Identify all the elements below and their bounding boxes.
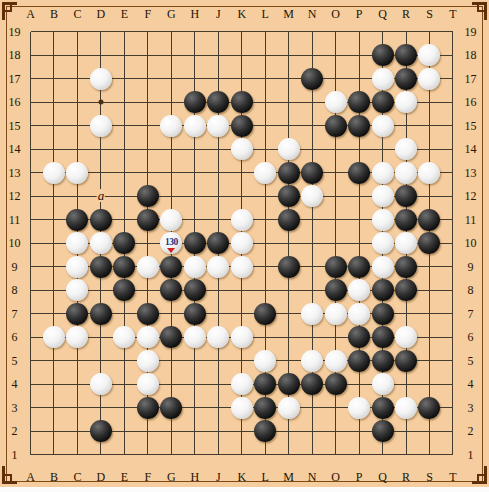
white-stone — [418, 68, 440, 90]
black-stone — [348, 91, 370, 113]
coordinate-label-row: 10 — [465, 236, 477, 251]
white-stone — [372, 162, 394, 184]
coordinate-label-row: 11 — [9, 212, 21, 227]
white-stone — [90, 115, 112, 137]
white-stone — [301, 350, 323, 372]
black-stone — [231, 91, 253, 113]
black-stone — [137, 397, 159, 419]
black-stone — [372, 420, 394, 442]
black-stone — [348, 326, 370, 348]
black-stone — [301, 162, 323, 184]
coordinate-label-column: S — [426, 6, 433, 21]
coordinate-label-row: 8 — [12, 283, 18, 298]
white-stone — [43, 326, 65, 348]
black-stone — [278, 162, 300, 184]
white-stone — [66, 162, 88, 184]
black-stone — [301, 68, 323, 90]
coordinate-label-row: 5 — [468, 353, 474, 368]
coordinate-label-column: Q — [378, 470, 387, 485]
white-stone — [231, 256, 253, 278]
white-stone — [90, 232, 112, 254]
black-stone — [184, 279, 206, 301]
white-stone — [184, 256, 206, 278]
white-stone — [231, 373, 253, 395]
coordinate-label-row: 13 — [465, 165, 477, 180]
black-stone — [278, 256, 300, 278]
coordinate-label-row: 18 — [9, 48, 21, 63]
black-stone — [372, 397, 394, 419]
black-stone — [395, 350, 417, 372]
coordinate-label-row: 2 — [12, 424, 18, 439]
window-background-strip — [0, 487, 489, 492]
black-stone — [395, 68, 417, 90]
white-stone — [301, 185, 323, 207]
coordinate-label-column: G — [167, 470, 176, 485]
black-stone — [395, 256, 417, 278]
white-stone — [395, 91, 417, 113]
white-stone — [231, 397, 253, 419]
white-stone — [372, 185, 394, 207]
coordinate-label-row: 17 — [465, 71, 477, 86]
black-stone — [184, 303, 206, 325]
coordinate-label-column: Q — [378, 6, 387, 21]
black-stone — [418, 209, 440, 231]
go-board[interactable]: AABBCCDDEEFFGGHHJJKKLLMMNNOOPPQQRRSSTT19… — [0, 0, 489, 487]
black-stone — [90, 420, 112, 442]
coordinate-label-column: B — [50, 470, 58, 485]
white-stone — [395, 162, 417, 184]
black-stone — [254, 303, 276, 325]
white-stone — [372, 68, 394, 90]
white-stone — [418, 162, 440, 184]
coordinate-label-row: 9 — [468, 259, 474, 274]
black-stone — [137, 185, 159, 207]
white-stone — [254, 162, 276, 184]
black-stone — [325, 115, 347, 137]
coordinate-label-column: T — [449, 470, 456, 485]
coordinate-label-column: N — [308, 470, 317, 485]
coordinate-label-row: 18 — [465, 48, 477, 63]
white-stone — [325, 91, 347, 113]
coordinate-label-row: 8 — [468, 283, 474, 298]
black-stone — [372, 91, 394, 113]
white-stone — [325, 350, 347, 372]
black-stone — [325, 373, 347, 395]
black-stone — [348, 115, 370, 137]
coordinate-label-row: 4 — [468, 377, 474, 392]
black-stone — [113, 256, 135, 278]
coordinate-label-column: S — [426, 470, 433, 485]
black-stone — [90, 256, 112, 278]
white-stone — [231, 138, 253, 160]
black-stone — [301, 373, 323, 395]
coordinate-label-column: K — [237, 6, 246, 21]
coordinate-label-row: 5 — [12, 353, 18, 368]
coordinate-label-column: A — [26, 470, 35, 485]
coordinate-label-column: A — [26, 6, 35, 21]
black-stone — [184, 232, 206, 254]
black-stone — [348, 162, 370, 184]
white-stone — [231, 209, 253, 231]
coordinate-label-column: M — [283, 470, 294, 485]
white-stone — [372, 373, 394, 395]
coordinate-label-row: 6 — [468, 330, 474, 345]
black-stone — [160, 397, 182, 419]
white-stone — [372, 256, 394, 278]
black-stone — [325, 256, 347, 278]
white-stone — [395, 397, 417, 419]
black-stone — [325, 279, 347, 301]
black-stone — [231, 115, 253, 137]
black-stone — [418, 397, 440, 419]
black-stone — [372, 303, 394, 325]
coordinate-label-row: 13 — [9, 165, 21, 180]
black-stone — [137, 209, 159, 231]
white-stone — [372, 232, 394, 254]
move-number-label: 130 — [160, 232, 182, 254]
white-stone — [301, 303, 323, 325]
go-app-screenshot: { "game": "go", "board": { "size": 19, "… — [0, 0, 489, 492]
white-stone — [372, 209, 394, 231]
point-letter-label: a — [97, 189, 106, 202]
coordinate-label-row: 3 — [12, 400, 18, 415]
coordinate-label-column: B — [50, 6, 58, 21]
black-stone — [372, 44, 394, 66]
last-move-marker-icon — [167, 248, 175, 253]
white-stone — [160, 209, 182, 231]
black-stone — [137, 303, 159, 325]
white-stone — [278, 138, 300, 160]
coordinate-label-row: 12 — [9, 189, 21, 204]
white-stone — [372, 115, 394, 137]
white-stone — [231, 232, 253, 254]
coordinate-label-column: L — [262, 470, 269, 485]
black-stone — [90, 303, 112, 325]
coordinate-label-column: F — [145, 6, 152, 21]
coordinate-label-column: O — [331, 6, 340, 21]
coordinate-label-row: 1 — [468, 447, 474, 462]
star-point — [98, 100, 103, 105]
black-stone — [254, 397, 276, 419]
coordinate-label-column: H — [190, 470, 199, 485]
coordinate-label-column: E — [121, 470, 128, 485]
coordinate-label-column: P — [356, 470, 363, 485]
white-stone — [254, 350, 276, 372]
coordinate-label-column: R — [402, 470, 410, 485]
coordinate-label-column: D — [97, 470, 106, 485]
coordinate-label-column: K — [237, 470, 246, 485]
coordinate-label-row: 14 — [9, 142, 21, 157]
coordinate-label-row: 16 — [465, 95, 477, 110]
coordinate-label-row: 15 — [9, 118, 21, 133]
black-stone — [66, 303, 88, 325]
black-stone — [348, 350, 370, 372]
white-stone — [348, 397, 370, 419]
white-stone — [325, 303, 347, 325]
white-stone — [184, 326, 206, 348]
coordinate-label-row: 9 — [12, 259, 18, 274]
coordinate-label-row: 11 — [465, 212, 477, 227]
coordinate-label-column: P — [356, 6, 363, 21]
white-stone — [137, 326, 159, 348]
coordinate-label-column: F — [145, 470, 152, 485]
white-stone — [137, 373, 159, 395]
coordinate-label-column: T — [449, 6, 456, 21]
black-stone — [278, 373, 300, 395]
coordinate-label-column: N — [308, 6, 317, 21]
black-stone — [184, 91, 206, 113]
coordinate-label-row: 7 — [12, 306, 18, 321]
white-stone — [184, 115, 206, 137]
white-stone — [395, 138, 417, 160]
white-stone — [43, 162, 65, 184]
coordinate-label-column: J — [216, 6, 221, 21]
coordinate-label-row: 16 — [9, 95, 21, 110]
white-stone — [66, 256, 88, 278]
coordinate-label-column: C — [73, 6, 81, 21]
coordinate-label-row: 6 — [12, 330, 18, 345]
white-stone — [90, 373, 112, 395]
white-stone — [395, 232, 417, 254]
black-stone — [90, 209, 112, 231]
coordinate-label-column: H — [190, 6, 199, 21]
coordinate-label-row: 2 — [468, 424, 474, 439]
white-stone — [231, 326, 253, 348]
coordinate-label-row: 19 — [465, 24, 477, 39]
black-stone — [372, 350, 394, 372]
white-stone — [137, 256, 159, 278]
coordinate-label-row: 10 — [9, 236, 21, 251]
black-stone — [372, 279, 394, 301]
black-stone — [66, 209, 88, 231]
coordinate-label-row: 17 — [9, 71, 21, 86]
black-stone — [395, 44, 417, 66]
black-stone — [372, 326, 394, 348]
coordinate-label-row: 1 — [12, 447, 18, 462]
coordinate-label-column: L — [262, 6, 269, 21]
white-stone — [348, 279, 370, 301]
coordinate-label-row: 12 — [465, 189, 477, 204]
coordinate-label-row: 19 — [9, 24, 21, 39]
white-stone — [160, 115, 182, 137]
coordinate-label-column: M — [283, 6, 294, 21]
coordinate-label-column: D — [97, 6, 106, 21]
black-stone — [348, 256, 370, 278]
coordinate-label-row: 7 — [468, 306, 474, 321]
coordinate-label-column: J — [216, 470, 221, 485]
black-stone — [278, 185, 300, 207]
coordinate-label-column: G — [167, 6, 176, 21]
coordinate-label-column: R — [402, 6, 410, 21]
black-stone — [395, 185, 417, 207]
white-stone — [278, 397, 300, 419]
coordinate-label-row: 4 — [12, 377, 18, 392]
coordinate-label-row: 3 — [468, 400, 474, 415]
black-stone — [395, 209, 417, 231]
coordinate-label-column: E — [121, 6, 128, 21]
black-stone — [395, 279, 417, 301]
white-stone — [207, 256, 229, 278]
black-stone — [278, 209, 300, 231]
coordinate-label-column: O — [331, 470, 340, 485]
black-stone — [160, 256, 182, 278]
white-stone — [207, 115, 229, 137]
coordinate-label-row: 14 — [465, 142, 477, 157]
coordinate-label-row: 15 — [465, 118, 477, 133]
coordinate-label-column: C — [73, 470, 81, 485]
white-stone — [395, 326, 417, 348]
white-stone — [137, 350, 159, 372]
white-stone — [90, 68, 112, 90]
white-stone — [348, 303, 370, 325]
